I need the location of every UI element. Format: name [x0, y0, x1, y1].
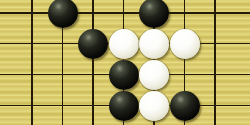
black-stone	[139, 0, 169, 28]
black-stone	[78, 29, 108, 59]
white-stone	[170, 29, 200, 59]
grid-horizontal-line-0	[0, 12, 250, 13]
white-stone	[139, 60, 169, 90]
grid-vertical-line-2	[92, 0, 93, 125]
white-stone	[109, 29, 139, 59]
black-stone	[109, 60, 139, 90]
go-board[interactable]	[0, 0, 250, 125]
black-stone	[48, 0, 78, 28]
grid-vertical-line-6	[214, 0, 215, 125]
white-stone	[139, 29, 169, 59]
black-stone	[170, 91, 200, 121]
grid-vertical-line-0	[31, 0, 32, 125]
white-stone	[139, 91, 169, 121]
black-stone	[109, 91, 139, 121]
